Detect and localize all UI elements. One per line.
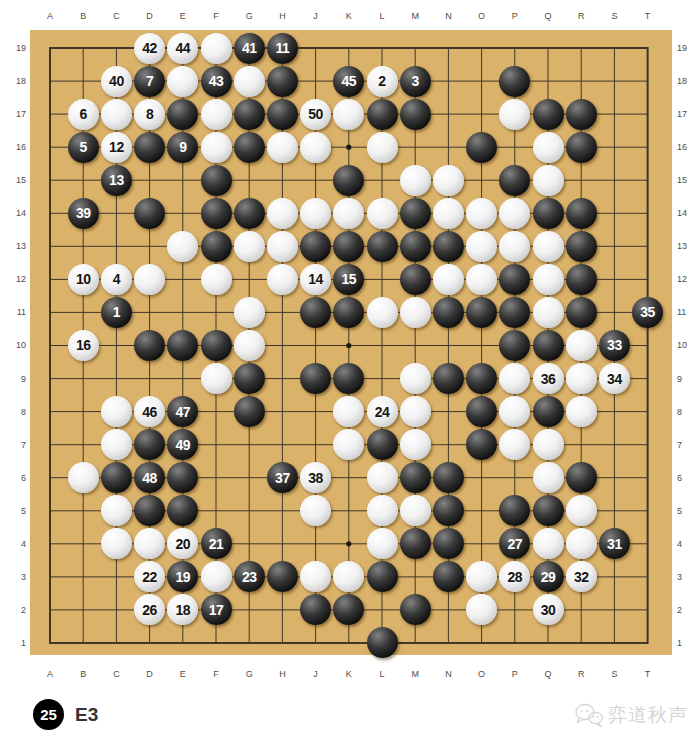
- stone-R9: [566, 363, 597, 394]
- stone-L18: 2: [367, 66, 398, 97]
- move-number: 28: [508, 569, 523, 585]
- move-number: 15: [342, 271, 357, 287]
- move-number: 16: [76, 337, 91, 353]
- stone-N12: [433, 264, 464, 295]
- stone-K14: [333, 198, 364, 229]
- stone-F16: [201, 132, 232, 163]
- stone-H13: [267, 231, 298, 262]
- stone-B14: 39: [68, 198, 99, 229]
- move-number: 6: [80, 106, 87, 122]
- row-label-right-2: 2: [677, 604, 700, 616]
- row-label-left-15: 15: [2, 174, 26, 186]
- move-number: 31: [607, 536, 622, 552]
- move-number: 14: [308, 271, 323, 287]
- stone-O14: [466, 198, 497, 229]
- col-label-bottom-T: T: [639, 669, 657, 679]
- stone-C16: 12: [101, 132, 132, 163]
- stone-F12: [201, 264, 232, 295]
- col-label-top-S: S: [605, 11, 623, 21]
- row-label-right-7: 7: [677, 439, 700, 451]
- stone-D12: [134, 264, 165, 295]
- stone-J16: [300, 132, 331, 163]
- stone-Q15: [533, 165, 564, 196]
- col-label-top-C: C: [107, 11, 125, 21]
- row-label-left-17: 17: [2, 108, 26, 120]
- stone-D16: [134, 132, 165, 163]
- stone-F9: [201, 363, 232, 394]
- row-label-right-14: 14: [677, 207, 700, 219]
- stone-F3: [201, 561, 232, 592]
- stone-M18: 3: [400, 66, 431, 97]
- star-point-K4: [346, 541, 351, 546]
- col-label-top-G: G: [240, 11, 258, 21]
- stone-R17: [566, 99, 597, 130]
- stone-R8: [566, 396, 597, 427]
- last-move-caption: 25 E3: [33, 699, 98, 730]
- row-label-left-9: 9: [2, 373, 26, 385]
- stone-H19: 11: [267, 33, 298, 64]
- stone-H18: [267, 66, 298, 97]
- stone-M17: [400, 99, 431, 130]
- stone-M5: [400, 495, 431, 526]
- stone-F10: [201, 330, 232, 361]
- stone-S9: 34: [599, 363, 630, 394]
- stone-O8: [466, 396, 497, 427]
- move-number: 2: [378, 73, 385, 89]
- col-label-top-E: E: [174, 11, 192, 21]
- row-label-left-13: 13: [2, 240, 26, 252]
- stone-K17: [333, 99, 364, 130]
- stone-E19: 44: [167, 33, 198, 64]
- stone-G19: 41: [234, 33, 265, 64]
- stone-D18: 7: [134, 66, 165, 97]
- col-label-top-M: M: [406, 11, 424, 21]
- col-label-bottom-N: N: [439, 669, 457, 679]
- watermark: 弈道秋声: [574, 702, 688, 728]
- row-label-left-14: 14: [2, 207, 26, 219]
- stone-N4: [433, 528, 464, 559]
- stone-E16: 9: [167, 132, 198, 163]
- col-label-bottom-P: P: [506, 669, 524, 679]
- stone-Q3: 29: [533, 561, 564, 592]
- move-number: 44: [176, 40, 191, 56]
- stone-Q11: [533, 297, 564, 328]
- stone-L5: [367, 495, 398, 526]
- stone-M12: [400, 264, 431, 295]
- move-number: 9: [179, 139, 186, 155]
- stone-B17: 6: [68, 99, 99, 130]
- move-number: 47: [176, 404, 191, 420]
- stone-L13: [367, 231, 398, 262]
- row-label-left-18: 18: [2, 75, 26, 87]
- stone-J13: [300, 231, 331, 262]
- stone-F13: [201, 231, 232, 262]
- col-label-bottom-Q: Q: [539, 669, 557, 679]
- stone-H14: [267, 198, 298, 229]
- stone-M6: [400, 462, 431, 493]
- move-number: 45: [342, 73, 357, 89]
- row-label-left-2: 2: [2, 604, 26, 616]
- row-label-left-4: 4: [2, 538, 26, 550]
- row-label-left-16: 16: [2, 141, 26, 153]
- row-label-right-18: 18: [677, 75, 700, 87]
- col-label-top-P: P: [506, 11, 524, 21]
- col-label-bottom-A: A: [41, 669, 59, 679]
- last-move-point: E3: [75, 704, 98, 726]
- stone-D10: [134, 330, 165, 361]
- stone-C11: 1: [101, 297, 132, 328]
- move-number: 22: [142, 569, 157, 585]
- stone-N6: [433, 462, 464, 493]
- move-number: 26: [142, 602, 157, 618]
- row-label-right-19: 19: [677, 42, 700, 54]
- row-label-right-17: 17: [677, 108, 700, 120]
- stone-C8: [101, 396, 132, 427]
- stone-Q4: [533, 528, 564, 559]
- move-number: 50: [308, 106, 323, 122]
- move-number: 23: [242, 569, 257, 585]
- move-number: 10: [76, 271, 91, 287]
- stone-R4: [566, 528, 597, 559]
- row-label-right-3: 3: [677, 571, 700, 583]
- stone-D14: [134, 198, 165, 229]
- move-number: 49: [176, 437, 191, 453]
- stone-O12: [466, 264, 497, 295]
- stone-F14: [201, 198, 232, 229]
- stone-M13: [400, 231, 431, 262]
- row-label-left-7: 7: [2, 439, 26, 451]
- col-label-bottom-F: F: [207, 669, 225, 679]
- col-label-top-O: O: [473, 11, 491, 21]
- move-number: 32: [574, 569, 589, 585]
- stone-N9: [433, 363, 464, 394]
- row-label-left-1: 1: [2, 637, 26, 649]
- col-label-bottom-E: E: [174, 669, 192, 679]
- stone-R13: [566, 231, 597, 262]
- stone-G17: [234, 99, 265, 130]
- stone-G14: [234, 198, 265, 229]
- move-number: 36: [541, 371, 556, 387]
- stone-B16: 5: [68, 132, 99, 163]
- move-number: 8: [146, 106, 153, 122]
- stone-S10: 33: [599, 330, 630, 361]
- row-label-right-9: 9: [677, 373, 700, 385]
- stone-D17: 8: [134, 99, 165, 130]
- col-label-top-J: J: [307, 11, 325, 21]
- move-number: 35: [640, 304, 655, 320]
- stone-L8: 24: [367, 396, 398, 427]
- stone-E13: [167, 231, 198, 262]
- stone-F15: [201, 165, 232, 196]
- move-number: 30: [541, 602, 556, 618]
- stone-R11: [566, 297, 597, 328]
- row-label-left-12: 12: [2, 273, 26, 285]
- stone-J11: [300, 297, 331, 328]
- col-label-bottom-S: S: [605, 669, 623, 679]
- row-label-left-6: 6: [2, 472, 26, 484]
- stone-M8: [400, 396, 431, 427]
- stone-G16: [234, 132, 265, 163]
- stone-L6: [367, 462, 398, 493]
- stone-P12: [499, 264, 530, 295]
- row-label-right-11: 11: [677, 306, 700, 318]
- last-move-number: 25: [40, 706, 57, 723]
- stone-C5: [101, 495, 132, 526]
- stone-L3: [367, 561, 398, 592]
- row-label-right-16: 16: [677, 141, 700, 153]
- move-number: 4: [113, 271, 120, 287]
- stone-M2: [400, 594, 431, 625]
- stone-D8: 46: [134, 396, 165, 427]
- stone-L1: [367, 627, 398, 658]
- stone-P14: [499, 198, 530, 229]
- move-number: 13: [109, 172, 124, 188]
- stone-Q2: 30: [533, 594, 564, 625]
- stone-C17: [101, 99, 132, 130]
- stone-R14: [566, 198, 597, 229]
- move-number: 38: [308, 470, 323, 486]
- row-label-left-5: 5: [2, 505, 26, 517]
- stone-Q14: [533, 198, 564, 229]
- move-number: 12: [109, 139, 124, 155]
- move-number: 17: [209, 602, 224, 618]
- stone-N13: [433, 231, 464, 262]
- move-number: 37: [275, 470, 290, 486]
- move-number: 39: [76, 205, 91, 221]
- col-label-top-H: H: [273, 11, 291, 21]
- stone-C12: 4: [101, 264, 132, 295]
- move-number: 3: [412, 73, 419, 89]
- stone-G8: [234, 396, 265, 427]
- stone-N11: [433, 297, 464, 328]
- col-label-bottom-R: R: [572, 669, 590, 679]
- stone-Q16: [533, 132, 564, 163]
- stone-R10: [566, 330, 597, 361]
- stone-G3: 23: [234, 561, 265, 592]
- stone-F2: 17: [201, 594, 232, 625]
- move-number: 43: [209, 73, 224, 89]
- stone-Q6: [533, 462, 564, 493]
- stone-K13: [333, 231, 364, 262]
- move-number: 21: [209, 536, 224, 552]
- stone-F18: 43: [201, 66, 232, 97]
- row-label-right-13: 13: [677, 240, 700, 252]
- move-number: 5: [80, 139, 87, 155]
- stone-C7: [101, 429, 132, 460]
- stone-R5: [566, 495, 597, 526]
- star-point-K10: [346, 343, 351, 348]
- stone-K18: 45: [333, 66, 364, 97]
- row-label-right-5: 5: [677, 505, 700, 517]
- col-label-bottom-B: B: [74, 669, 92, 679]
- move-number: 18: [176, 602, 191, 618]
- stone-C15: 13: [101, 165, 132, 196]
- stone-O16: [466, 132, 497, 163]
- move-number: 41: [242, 40, 257, 56]
- stone-K12: 15: [333, 264, 364, 295]
- row-label-left-10: 10: [2, 339, 26, 351]
- row-label-left-11: 11: [2, 306, 26, 318]
- row-label-left-3: 3: [2, 571, 26, 583]
- go-diagram-page: 4244411140743452368505129133910414151351…: [0, 0, 700, 749]
- stone-J9: [300, 363, 331, 394]
- col-label-top-L: L: [373, 11, 391, 21]
- go-board: 4244411140743452368505129133910414151351…: [30, 30, 672, 655]
- stone-M4: [400, 528, 431, 559]
- row-label-right-12: 12: [677, 273, 700, 285]
- row-label-right-6: 6: [677, 472, 700, 484]
- stone-M15: [400, 165, 431, 196]
- col-label-top-K: K: [340, 11, 358, 21]
- stone-E17: [167, 99, 198, 130]
- stone-P17: [499, 99, 530, 130]
- move-number: 33: [607, 337, 622, 353]
- stone-L16: [367, 132, 398, 163]
- stone-O13: [466, 231, 497, 262]
- move-number: 46: [142, 404, 157, 420]
- stone-R6: [566, 462, 597, 493]
- col-label-top-F: F: [207, 11, 225, 21]
- stone-O9: [466, 363, 497, 394]
- stone-Q9: 36: [533, 363, 564, 394]
- stone-H17: [267, 99, 298, 130]
- move-number: 11: [275, 40, 289, 56]
- stone-Q8: [533, 396, 564, 427]
- col-label-bottom-H: H: [273, 669, 291, 679]
- col-label-top-R: R: [572, 11, 590, 21]
- stone-C18: 40: [101, 66, 132, 97]
- wechat-icon: [574, 702, 604, 728]
- stone-P13: [499, 231, 530, 262]
- stone-G13: [234, 231, 265, 262]
- col-label-bottom-L: L: [373, 669, 391, 679]
- stone-G11: [234, 297, 265, 328]
- stone-O11: [466, 297, 497, 328]
- stone-B6: [68, 462, 99, 493]
- col-label-bottom-O: O: [473, 669, 491, 679]
- stone-E18: [167, 66, 198, 97]
- row-label-right-4: 4: [677, 538, 700, 550]
- stone-R12: [566, 264, 597, 295]
- stone-B10: 16: [68, 330, 99, 361]
- col-label-bottom-C: C: [107, 669, 125, 679]
- stone-F17: [201, 99, 232, 130]
- col-label-bottom-M: M: [406, 669, 424, 679]
- col-label-top-N: N: [439, 11, 457, 21]
- col-label-bottom-K: K: [340, 669, 358, 679]
- stone-F19: [201, 33, 232, 64]
- stone-M7: [400, 429, 431, 460]
- row-label-right-1: 1: [677, 637, 700, 649]
- stone-M14: [400, 198, 431, 229]
- move-number: 29: [541, 569, 556, 585]
- stone-C4: [101, 528, 132, 559]
- stone-L11: [367, 297, 398, 328]
- stone-J14: [300, 198, 331, 229]
- move-number: 1: [113, 304, 120, 320]
- stone-P15: [499, 165, 530, 196]
- stone-H12: [267, 264, 298, 295]
- stone-H6: 37: [267, 462, 298, 493]
- row-label-right-10: 10: [677, 339, 700, 351]
- row-label-right-15: 15: [677, 174, 700, 186]
- stone-Q12: [533, 264, 564, 295]
- col-label-top-T: T: [639, 11, 657, 21]
- row-label-left-8: 8: [2, 406, 26, 418]
- col-label-bottom-D: D: [141, 669, 159, 679]
- col-label-top-D: D: [141, 11, 159, 21]
- star-point-K16: [346, 145, 351, 150]
- stone-J17: 50: [300, 99, 331, 130]
- stone-L7: [367, 429, 398, 460]
- move-number: 34: [607, 371, 622, 387]
- stone-G10: [234, 330, 265, 361]
- stone-N5: [433, 495, 464, 526]
- move-number: 24: [375, 404, 390, 420]
- stone-G9: [234, 363, 265, 394]
- stone-Q5: [533, 495, 564, 526]
- stone-L17: [367, 99, 398, 130]
- stone-Q7: [533, 429, 564, 460]
- stone-S4: 31: [599, 528, 630, 559]
- stone-H16: [267, 132, 298, 163]
- col-label-bottom-J: J: [307, 669, 325, 679]
- stone-N14: [433, 198, 464, 229]
- move-number: 48: [142, 470, 157, 486]
- move-number: 20: [176, 536, 191, 552]
- stone-F4: 21: [201, 528, 232, 559]
- stone-M9: [400, 363, 431, 394]
- stone-Q10: [533, 330, 564, 361]
- stone-L14: [367, 198, 398, 229]
- stone-B12: 10: [68, 264, 99, 295]
- stone-Q17: [533, 99, 564, 130]
- row-label-right-8: 8: [677, 406, 700, 418]
- col-label-bottom-G: G: [240, 669, 258, 679]
- stone-Q13: [533, 231, 564, 262]
- col-label-top-B: B: [74, 11, 92, 21]
- stone-P18: [499, 66, 530, 97]
- move-number: 40: [109, 73, 124, 89]
- stone-K15: [333, 165, 364, 196]
- stone-R16: [566, 132, 597, 163]
- col-label-top-Q: Q: [539, 11, 557, 21]
- stone-G18: [234, 66, 265, 97]
- stone-C6: [101, 462, 132, 493]
- last-move-stone-badge: 25: [33, 699, 64, 730]
- stone-T11: 35: [632, 297, 663, 328]
- move-number: 42: [142, 40, 157, 56]
- stone-N15: [433, 165, 464, 196]
- col-label-top-A: A: [41, 11, 59, 21]
- move-number: 7: [146, 73, 153, 89]
- move-number: 19: [176, 569, 191, 585]
- stone-L4: [367, 528, 398, 559]
- move-number: 27: [508, 536, 523, 552]
- row-label-left-19: 19: [2, 42, 26, 54]
- stone-J12: 14: [300, 264, 331, 295]
- watermark-text: 弈道秋声: [608, 702, 688, 728]
- stone-R3: 32: [566, 561, 597, 592]
- stone-M11: [400, 297, 431, 328]
- stone-D19: 42: [134, 33, 165, 64]
